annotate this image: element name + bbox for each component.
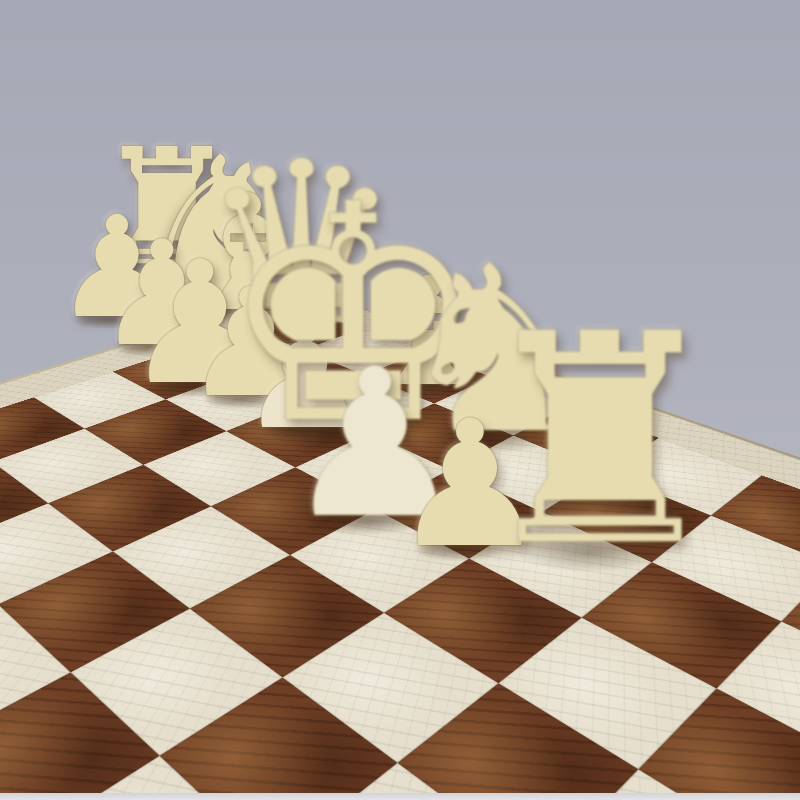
background-table-strip (0, 793, 800, 800)
product-photo-scene: ♜♞♝♟♛♟♟♝♟♟♚♞♟♟♜ (0, 0, 800, 800)
piece-white-rook[interactable]: ♜ (470, 296, 730, 586)
